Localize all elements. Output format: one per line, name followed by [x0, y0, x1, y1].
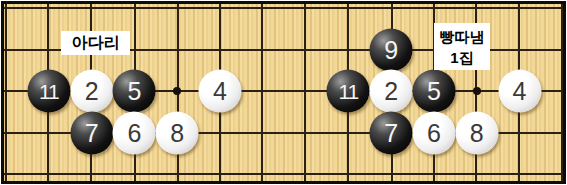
board-intersection — [498, 29, 541, 71]
board-intersection: 9 — [370, 29, 413, 71]
board-intersection — [455, 153, 498, 184]
board-intersection — [284, 153, 327, 184]
board-intersection — [413, 153, 456, 184]
label-atari-text: 아다리 — [61, 33, 130, 54]
stone-move-number: 7 — [85, 120, 99, 145]
board-intersection — [370, 153, 413, 184]
label-ponnuki-line2: 1집 — [434, 47, 490, 68]
board-intersection — [241, 1, 284, 29]
board-intersection — [113, 153, 156, 184]
stone-white-6: 6 — [113, 111, 156, 154]
stone-black-11: 11 — [327, 70, 370, 113]
stone-white-4: 4 — [198, 70, 241, 113]
board-intersection — [284, 70, 327, 112]
label-ponnuki-line1: 빵따냄 — [434, 26, 490, 47]
board-intersection — [113, 1, 156, 29]
board-intersection — [541, 1, 566, 29]
board-intersection: 8 — [455, 112, 498, 154]
board-intersection — [1, 153, 27, 184]
board-intersection — [199, 29, 242, 71]
board-intersection — [27, 153, 70, 184]
board-intersection — [455, 70, 498, 112]
board-intersection — [1, 29, 27, 71]
board-intersection — [541, 153, 566, 184]
board-intersection — [284, 112, 327, 154]
stone-black-9: 9 — [370, 28, 413, 71]
board-intersection — [1, 112, 27, 154]
board-intersection — [284, 29, 327, 71]
stone-black-7: 7 — [370, 111, 413, 154]
board-intersection — [327, 153, 370, 184]
label-ponnuki-1-point: 빵따냄 1집 — [434, 23, 490, 70]
board-intersection — [27, 112, 70, 154]
stone-black-11: 11 — [27, 70, 70, 113]
board-intersection — [241, 70, 284, 112]
board-intersection: 6 — [113, 112, 156, 154]
board-intersection: 7 — [370, 112, 413, 154]
board-intersection — [241, 112, 284, 154]
stone-move-number: 7 — [384, 120, 398, 145]
stone-white-8: 8 — [455, 111, 498, 154]
star-point — [473, 87, 481, 95]
star-point — [173, 87, 181, 95]
stone-white-8: 8 — [156, 111, 199, 154]
stone-white-4: 4 — [498, 70, 541, 113]
board-intersection — [70, 153, 113, 184]
board-intersection — [541, 112, 566, 154]
board-intersection — [156, 70, 199, 112]
board-intersection — [541, 29, 566, 71]
board-intersection — [327, 29, 370, 71]
stone-move-number: 5 — [127, 79, 141, 104]
board-intersection — [156, 153, 199, 184]
stone-move-number: 6 — [427, 120, 441, 145]
board-intersection — [498, 1, 541, 29]
board-intersection: 4 — [199, 70, 242, 112]
board-intersection: 11 — [27, 70, 70, 112]
board-intersection: 8 — [156, 112, 199, 154]
stone-white-2: 2 — [370, 70, 413, 113]
board-intersection — [156, 29, 199, 71]
board-intersection: 2 — [370, 70, 413, 112]
stone-move-number: 9 — [384, 37, 398, 62]
board-intersection — [199, 153, 242, 184]
board-intersection — [541, 70, 566, 112]
stone-move-number: 2 — [85, 79, 99, 104]
board-intersection — [284, 1, 327, 29]
board-intersection — [27, 1, 70, 29]
go-diagram: 91125411254768768 아다리 빵따냄 1집 — [0, 0, 567, 185]
stone-move-number: 6 — [127, 120, 141, 145]
stone-black-5: 5 — [412, 70, 455, 113]
board-intersection — [498, 153, 541, 184]
board-intersection: 5 — [413, 70, 456, 112]
board-intersection: 11 — [327, 70, 370, 112]
board-intersection: 2 — [70, 70, 113, 112]
board-intersection — [370, 1, 413, 29]
board-intersection — [156, 1, 199, 29]
board-intersection — [498, 112, 541, 154]
stone-black-7: 7 — [70, 111, 113, 154]
stone-move-number: 8 — [170, 120, 184, 145]
board-intersection — [70, 1, 113, 29]
board-intersection — [241, 29, 284, 71]
stone-white-6: 6 — [412, 111, 455, 154]
board-intersection — [327, 1, 370, 29]
board-intersection — [1, 70, 27, 112]
board-intersection — [199, 112, 242, 154]
stone-move-number: 5 — [427, 79, 441, 104]
stone-move-number: 2 — [384, 79, 398, 104]
stone-move-number: 11 — [338, 81, 358, 102]
stone-white-2: 2 — [70, 70, 113, 113]
board-intersection: 4 — [498, 70, 541, 112]
board-intersection — [327, 112, 370, 154]
stone-move-number: 4 — [213, 79, 227, 104]
stone-move-number: 8 — [470, 120, 484, 145]
stone-move-number: 11 — [39, 81, 59, 102]
board-intersection — [1, 1, 27, 29]
board-intersection: 7 — [70, 112, 113, 154]
board-intersection: 6 — [413, 112, 456, 154]
board-intersection — [241, 153, 284, 184]
label-atari: 아다리 — [61, 31, 130, 55]
stone-move-number: 4 — [513, 79, 527, 104]
board-intersection — [199, 1, 242, 29]
board-intersection: 5 — [113, 70, 156, 112]
stone-black-5: 5 — [113, 70, 156, 113]
